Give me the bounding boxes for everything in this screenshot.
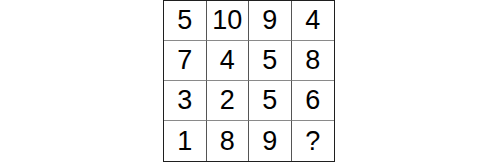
grid-cell: 2 (207, 81, 250, 121)
grid-cell: 3 (164, 81, 207, 121)
grid-cell: 5 (164, 1, 207, 41)
grid-cell: 9 (249, 1, 292, 41)
grid-cell: 5 (249, 81, 292, 121)
grid-cell: 10 (207, 1, 250, 41)
grid-cell: 5 (249, 41, 292, 81)
grid-cell: 4 (207, 41, 250, 81)
grid-cell: 6 (292, 81, 335, 121)
page: 5109474583256189? (0, 0, 500, 163)
grid-cell: 9 (249, 121, 292, 161)
grid-cell: 8 (292, 41, 335, 81)
grid-cell: 7 (164, 41, 207, 81)
grid-cell: 8 (207, 121, 250, 161)
grid-cell: 4 (292, 1, 335, 41)
number-grid: 5109474583256189? (163, 0, 335, 162)
grid-cell: 1 (164, 121, 207, 161)
grid-cell-unknown: ? (292, 121, 335, 161)
